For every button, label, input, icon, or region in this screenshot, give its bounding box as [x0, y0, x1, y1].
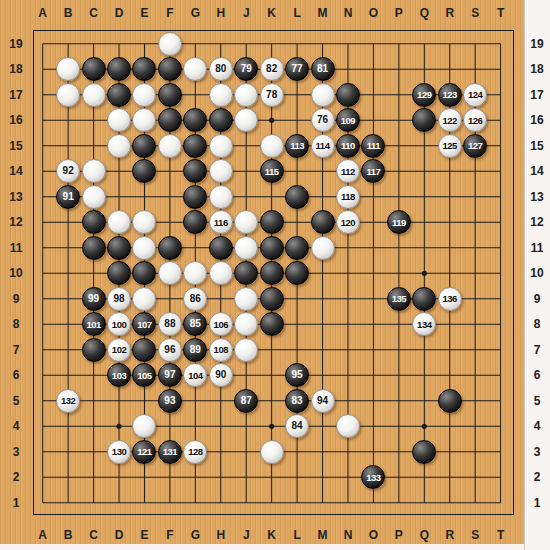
stone-white[interactable]: 90 — [209, 363, 233, 387]
stone-white[interactable] — [132, 210, 156, 234]
coord-number-left: 3 — [13, 445, 20, 459]
move-number-label: 121 — [137, 447, 151, 457]
coord-number-right: 5 — [534, 394, 541, 408]
move-number-label: 116 — [214, 218, 228, 228]
stone-white[interactable]: 132 — [56, 389, 80, 413]
coord-number-right: 12 — [530, 215, 543, 229]
stone-white[interactable] — [234, 108, 258, 132]
stone-white[interactable]: 134 — [412, 312, 436, 336]
stone-black[interactable] — [412, 287, 436, 311]
coord-number-right: 1 — [534, 496, 541, 510]
coord-letter-top: N — [344, 6, 353, 20]
coord-number-right: 4 — [534, 419, 541, 433]
coord-letter-bottom: N — [344, 528, 353, 542]
move-number-label: 132 — [61, 396, 75, 406]
move-number-label: 117 — [366, 167, 380, 177]
stone-white[interactable] — [209, 83, 233, 107]
stone-white[interactable]: 88 — [158, 312, 182, 336]
coord-letter-top: P — [395, 6, 403, 20]
stone-black[interactable] — [260, 210, 284, 234]
stone-black[interactable] — [183, 134, 207, 158]
stone-white[interactable]: 102 — [107, 338, 131, 362]
stone-black[interactable] — [209, 236, 233, 260]
coord-letter-bottom: H — [216, 528, 225, 542]
coord-number-right: 11 — [531, 241, 544, 255]
stone-white[interactable] — [158, 134, 182, 158]
stone-white[interactable]: 76 — [311, 108, 335, 132]
stone-black[interactable]: 81 — [311, 57, 335, 81]
move-number-label: 97 — [164, 370, 175, 380]
stone-black[interactable]: 127 — [463, 134, 487, 158]
move-number-label: 109 — [341, 116, 355, 126]
stone-white[interactable] — [132, 414, 156, 438]
move-number-label: 92 — [63, 166, 74, 176]
stone-white[interactable]: 78 — [260, 83, 284, 107]
coord-letter-bottom: K — [267, 528, 276, 542]
stone-black[interactable]: 129 — [412, 83, 436, 107]
coord-letter-bottom: T — [497, 528, 504, 542]
stone-black[interactable]: 135 — [387, 287, 411, 311]
move-number-label: 87 — [241, 396, 252, 406]
stone-white[interactable]: 126 — [463, 108, 487, 132]
stone-black[interactable] — [132, 134, 156, 158]
stone-black[interactable] — [82, 210, 106, 234]
coord-number-left: 6 — [13, 368, 20, 382]
stone-black[interactable] — [107, 236, 131, 260]
move-number-label: 112 — [341, 167, 355, 177]
stone-white[interactable] — [56, 57, 80, 81]
stone-white[interactable]: 116 — [209, 210, 233, 234]
coord-letter-top: R — [445, 6, 454, 20]
coord-letter-bottom: Q — [420, 528, 429, 542]
coord-letter-top: F — [166, 6, 173, 20]
move-number-label: 98 — [113, 294, 124, 304]
stone-white[interactable]: 136 — [438, 287, 462, 311]
move-number-label: 80 — [215, 64, 226, 74]
move-number-label: 134 — [417, 320, 431, 330]
stone-black[interactable] — [183, 210, 207, 234]
stone-black[interactable]: 97 — [158, 363, 182, 387]
stone-black[interactable] — [107, 83, 131, 107]
move-number-label: 106 — [214, 320, 228, 330]
coord-number-left: 8 — [13, 317, 20, 331]
stone-black[interactable]: 79 — [234, 57, 258, 81]
stone-black[interactable] — [260, 261, 284, 285]
stone-white[interactable] — [132, 236, 156, 260]
move-number-label: 122 — [443, 116, 457, 126]
coord-letter-bottom: G — [191, 528, 200, 542]
stone-black[interactable]: 85 — [183, 312, 207, 336]
coord-letter-bottom: L — [293, 528, 300, 542]
move-number-label: 129 — [417, 90, 431, 100]
move-number-label: 125 — [443, 141, 457, 151]
coord-letter-top: O — [369, 6, 378, 20]
stone-white[interactable] — [82, 83, 106, 107]
coord-number-left: 7 — [13, 343, 20, 357]
stone-black[interactable] — [82, 236, 106, 260]
move-number-label: 93 — [164, 396, 175, 406]
stone-black[interactable]: 131 — [158, 440, 182, 464]
stone-black[interactable] — [412, 108, 436, 132]
stone-white[interactable] — [209, 261, 233, 285]
stone-black[interactable]: 111 — [361, 134, 385, 158]
move-number-label: 110 — [341, 141, 355, 151]
coord-number-left: 5 — [13, 394, 20, 408]
stone-white[interactable]: 98 — [107, 287, 131, 311]
stone-black[interactable] — [183, 185, 207, 209]
stone-black[interactable] — [82, 57, 106, 81]
coord-letter-bottom: P — [395, 528, 403, 542]
coord-letter-bottom: J — [243, 528, 250, 542]
move-number-label: 128 — [188, 447, 202, 457]
coord-letter-top: Q — [420, 6, 429, 20]
move-number-label: 90 — [215, 370, 226, 380]
stone-black[interactable] — [260, 312, 284, 336]
stone-black[interactable] — [107, 57, 131, 81]
stone-white[interactable] — [132, 83, 156, 107]
move-number-label: 123 — [443, 90, 457, 100]
stone-black[interactable]: 109 — [336, 108, 360, 132]
stone-black[interactable] — [158, 57, 182, 81]
move-number-label: 118 — [341, 192, 355, 202]
stone-white[interactable]: 86 — [183, 287, 207, 311]
coord-number-left: 4 — [13, 419, 20, 433]
coord-number-right: 18 — [530, 62, 543, 76]
board-surface[interactable]: 8079827781781291231247610912212611311411… — [30, 31, 514, 516]
stone-white[interactable]: 124 — [463, 83, 487, 107]
stone-black[interactable] — [285, 236, 309, 260]
coord-letter-top: J — [243, 6, 250, 20]
move-number-label: 91 — [63, 192, 74, 202]
stone-white[interactable] — [183, 57, 207, 81]
coord-letter-bottom: S — [471, 528, 479, 542]
stone-black[interactable] — [107, 261, 131, 285]
move-number-label: 89 — [190, 345, 201, 355]
stone-black[interactable] — [158, 236, 182, 260]
stone-white[interactable] — [336, 414, 360, 438]
stone-white[interactable] — [82, 159, 106, 183]
stone-black[interactable] — [412, 440, 436, 464]
coord-number-left: 11 — [10, 241, 23, 255]
stone-black[interactable] — [336, 83, 360, 107]
stone-black[interactable]: 99 — [82, 287, 106, 311]
stone-white[interactable]: 112 — [336, 159, 360, 183]
stone-white[interactable]: 114 — [311, 134, 335, 158]
stone-black[interactable]: 91 — [56, 185, 80, 209]
coord-letter-top: H — [216, 6, 225, 20]
stone-white[interactable]: 128 — [183, 440, 207, 464]
stone-black[interactable]: 133 — [361, 465, 385, 489]
coord-number-left: 10 — [9, 266, 22, 280]
coord-number-right: 8 — [534, 317, 541, 331]
stone-black[interactable]: 87 — [234, 389, 258, 413]
coord-letter-bottom: M — [318, 528, 328, 542]
stone-white[interactable]: 120 — [336, 210, 360, 234]
move-number-label: 100 — [112, 320, 126, 330]
coord-number-left: 15 — [9, 139, 22, 153]
stone-white[interactable]: 108 — [209, 338, 233, 362]
coord-letter-top: M — [318, 6, 328, 20]
stone-white[interactable] — [132, 108, 156, 132]
stone-black[interactable]: 110 — [336, 134, 360, 158]
move-number-label: 94 — [317, 396, 328, 406]
stone-white[interactable]: 92 — [56, 159, 80, 183]
move-number-label: 79 — [241, 64, 252, 74]
coord-number-left: 12 — [9, 215, 22, 229]
stone-black[interactable]: 107 — [132, 312, 156, 336]
stone-black[interactable]: 93 — [158, 389, 182, 413]
move-number-label: 130 — [112, 447, 126, 457]
move-number-label: 113 — [290, 141, 304, 151]
stone-white[interactable] — [234, 287, 258, 311]
move-number-label: 88 — [164, 319, 175, 329]
move-number-label: 108 — [214, 345, 228, 355]
move-number-label: 82 — [266, 64, 277, 74]
move-number-label: 111 — [367, 141, 380, 151]
stone-white[interactable]: 96 — [158, 338, 182, 362]
stone-white[interactable] — [234, 338, 258, 362]
stone-white[interactable]: 106 — [209, 312, 233, 336]
stone-black[interactable] — [260, 287, 284, 311]
stone-black[interactable] — [183, 159, 207, 183]
move-number-label: 83 — [292, 396, 303, 406]
coord-number-right: 9 — [534, 292, 541, 306]
coord-number-left: 19 — [9, 37, 22, 51]
coord-number-right: 7 — [534, 343, 541, 357]
go-game-page: AABBCCDDEEFFGGHHJJKKLLMMNNOOPPQQRRSSTT19… — [0, 0, 550, 550]
move-number-label: 127 — [468, 141, 482, 151]
coord-number-right: 15 — [530, 139, 543, 153]
stone-white[interactable] — [311, 236, 335, 260]
coord-letter-bottom: F — [166, 528, 173, 542]
move-number-label: 84 — [292, 421, 303, 431]
coord-number-right: 14 — [530, 164, 543, 178]
coord-letter-bottom: A — [38, 528, 47, 542]
coord-number-right: 10 — [530, 266, 543, 280]
coord-number-right: 17 — [530, 88, 543, 102]
move-number-label: 124 — [468, 90, 482, 100]
coord-number-right: 2 — [534, 470, 541, 484]
coord-letter-top: C — [89, 6, 98, 20]
coord-letter-top: K — [267, 6, 276, 20]
coord-letter-top: B — [64, 6, 73, 20]
move-number-label: 107 — [137, 320, 151, 330]
move-number-label: 99 — [88, 294, 99, 304]
stone-white[interactable] — [107, 134, 131, 158]
move-number-label: 135 — [392, 294, 406, 304]
coord-number-right: 6 — [534, 368, 541, 382]
coord-letter-top: A — [38, 6, 47, 20]
stone-black[interactable]: 89 — [183, 338, 207, 362]
move-number-label: 104 — [188, 371, 202, 381]
coord-number-left: 18 — [9, 62, 22, 76]
stone-black[interactable] — [158, 108, 182, 132]
stone-black[interactable] — [311, 210, 335, 234]
stone-black[interactable]: 105 — [132, 363, 156, 387]
stone-black[interactable]: 101 — [82, 312, 106, 336]
stone-black[interactable]: 119 — [387, 210, 411, 234]
stone-black[interactable] — [132, 159, 156, 183]
move-number-label: 103 — [112, 371, 126, 381]
move-number-label: 133 — [366, 473, 380, 483]
coord-number-left: 16 — [9, 113, 22, 127]
move-number-label: 76 — [317, 115, 328, 125]
coord-letter-bottom: O — [369, 528, 378, 542]
stone-black[interactable] — [132, 261, 156, 285]
stone-white[interactable] — [209, 159, 233, 183]
move-number-label: 86 — [190, 294, 201, 304]
coord-number-left: 2 — [13, 470, 20, 484]
stone-white[interactable]: 130 — [107, 440, 131, 464]
move-number-label: 96 — [164, 345, 175, 355]
stone-white[interactable] — [183, 261, 207, 285]
coord-letter-top: S — [471, 6, 479, 20]
stone-black[interactable] — [209, 108, 233, 132]
stone-white[interactable] — [82, 185, 106, 209]
stone-white[interactable] — [234, 236, 258, 260]
stone-white[interactable]: 125 — [438, 134, 462, 158]
move-number-label: 105 — [137, 371, 151, 381]
stone-black[interactable]: 117 — [361, 159, 385, 183]
coord-letter-top: E — [140, 6, 148, 20]
coord-number-right: 16 — [530, 113, 543, 127]
coord-letter-top: G — [191, 6, 200, 20]
stone-black[interactable] — [285, 261, 309, 285]
stone-black[interactable] — [82, 338, 106, 362]
stone-black[interactable] — [260, 236, 284, 260]
stone-black[interactable] — [132, 338, 156, 362]
move-number-label: 136 — [443, 294, 457, 304]
stone-white[interactable] — [209, 185, 233, 209]
move-number-label: 119 — [392, 218, 406, 228]
stone-black[interactable]: 103 — [107, 363, 131, 387]
move-number-label: 78 — [266, 90, 277, 100]
stone-white[interactable] — [209, 134, 233, 158]
coord-letter-top: T — [497, 6, 504, 20]
stone-white[interactable] — [107, 210, 131, 234]
stone-black[interactable]: 77 — [285, 57, 309, 81]
coord-number-right: 3 — [534, 445, 541, 459]
coord-letter-bottom: E — [140, 528, 148, 542]
coord-letter-bottom: C — [89, 528, 98, 542]
stone-black[interactable] — [285, 185, 309, 209]
move-number-label: 114 — [316, 141, 330, 151]
stone-white[interactable] — [56, 83, 80, 107]
coord-number-left: 1 — [13, 496, 20, 510]
coord-letter-bottom: R — [445, 528, 454, 542]
stone-black[interactable] — [183, 108, 207, 132]
coord-number-right: 13 — [530, 190, 543, 204]
coord-number-left: 13 — [9, 190, 22, 204]
coord-letter-bottom: D — [115, 528, 124, 542]
stone-black[interactable] — [234, 261, 258, 285]
stone-white[interactable] — [234, 210, 258, 234]
stone-black[interactable]: 123 — [438, 83, 462, 107]
coord-number-left: 17 — [9, 88, 22, 102]
move-number-label: 81 — [317, 64, 328, 74]
move-number-label: 102 — [112, 345, 126, 355]
stone-black[interactable] — [158, 83, 182, 107]
move-number-label: 85 — [190, 319, 201, 329]
coord-number-left: 14 — [9, 164, 22, 178]
stone-white[interactable] — [260, 134, 284, 158]
coord-letter-top: L — [293, 6, 300, 20]
stone-white[interactable]: 122 — [438, 108, 462, 132]
move-number-label: 126 — [468, 116, 482, 126]
stone-white[interactable] — [158, 32, 182, 56]
stone-white[interactable]: 100 — [107, 312, 131, 336]
stone-white[interactable] — [158, 261, 182, 285]
stone-white[interactable]: 82 — [260, 57, 284, 81]
stone-white[interactable] — [311, 83, 335, 107]
stone-black[interactable] — [438, 389, 462, 413]
stone-black[interactable]: 95 — [285, 363, 309, 387]
stone-black[interactable]: 113 — [285, 134, 309, 158]
stone-white[interactable]: 104 — [183, 363, 207, 387]
move-number-label: 95 — [292, 370, 303, 380]
coord-number-right: 19 — [530, 37, 543, 51]
stone-white[interactable]: 80 — [209, 57, 233, 81]
stone-black[interactable] — [132, 57, 156, 81]
stone-white[interactable]: 84 — [285, 414, 309, 438]
stone-white[interactable] — [234, 312, 258, 336]
coord-letter-top: D — [115, 6, 124, 20]
stone-white[interactable] — [132, 287, 156, 311]
move-number-label: 120 — [341, 218, 355, 228]
move-number-label: 101 — [86, 320, 100, 330]
stone-white[interactable]: 94 — [311, 389, 335, 413]
stone-white[interactable] — [234, 83, 258, 107]
move-number-label: 77 — [292, 64, 303, 74]
stone-black[interactable]: 115 — [260, 159, 284, 183]
stone-black[interactable]: 121 — [132, 440, 156, 464]
stone-white[interactable]: 118 — [336, 185, 360, 209]
coord-number-left: 9 — [13, 292, 20, 306]
stone-white[interactable] — [107, 108, 131, 132]
stone-black[interactable]: 83 — [285, 389, 309, 413]
move-number-label: 131 — [163, 447, 177, 457]
move-number-label: 115 — [265, 167, 279, 177]
coord-letter-bottom: B — [64, 528, 73, 542]
stone-white[interactable] — [260, 440, 284, 464]
